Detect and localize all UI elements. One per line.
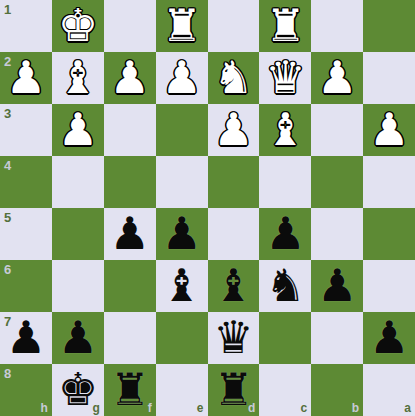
square-b8[interactable]: b — [311, 364, 363, 416]
piece-bK-g8[interactable]: ♚ — [58, 367, 98, 412]
square-f4[interactable] — [104, 156, 156, 208]
square-b3[interactable] — [311, 104, 363, 156]
rank-label-6: 6 — [4, 262, 11, 277]
piece-wP-a3[interactable]: ♟ — [369, 107, 409, 152]
rank-label-3: 3 — [4, 106, 11, 121]
square-d1[interactable] — [208, 0, 260, 52]
square-c7[interactable] — [259, 312, 311, 364]
square-a4[interactable] — [363, 156, 415, 208]
piece-bP-a7[interactable]: ♟ — [369, 315, 409, 360]
square-g4[interactable] — [52, 156, 104, 208]
square-h7[interactable]: 7♟ — [0, 312, 52, 364]
square-b5[interactable] — [311, 208, 363, 260]
square-c4[interactable] — [259, 156, 311, 208]
piece-bB-d6[interactable]: ♝ — [213, 263, 253, 308]
rank-label-5: 5 — [4, 210, 11, 225]
square-e2[interactable]: ♟ — [156, 52, 208, 104]
piece-wP-d3[interactable]: ♟ — [213, 107, 253, 152]
square-a1[interactable] — [363, 0, 415, 52]
square-e1[interactable]: ♜ — [156, 0, 208, 52]
square-c1[interactable]: ♜ — [259, 0, 311, 52]
file-label-b: b — [352, 401, 359, 415]
chess-board[interactable]: 1♚♜♜2♟♝♟♟♞♛♟3♟♟♝♟45♟♟♟6♝♝♞♟7♟♟♛♟8hg♚f♜ed… — [0, 0, 415, 416]
piece-wB-g2[interactable]: ♝ — [58, 55, 98, 100]
file-label-a: a — [404, 401, 411, 415]
square-b7[interactable] — [311, 312, 363, 364]
square-d5[interactable] — [208, 208, 260, 260]
square-e3[interactable] — [156, 104, 208, 156]
square-h2[interactable]: 2♟ — [0, 52, 52, 104]
square-a3[interactable]: ♟ — [363, 104, 415, 156]
square-g3[interactable]: ♟ — [52, 104, 104, 156]
square-g5[interactable] — [52, 208, 104, 260]
piece-wQ-c2[interactable]: ♛ — [265, 55, 305, 100]
piece-bP-h7[interactable]: ♟ — [6, 315, 46, 360]
piece-wP-f2[interactable]: ♟ — [110, 55, 150, 100]
square-h4[interactable]: 4 — [0, 156, 52, 208]
square-h5[interactable]: 5 — [0, 208, 52, 260]
square-h1[interactable]: 1 — [0, 0, 52, 52]
square-d2[interactable]: ♞ — [208, 52, 260, 104]
square-c2[interactable]: ♛ — [259, 52, 311, 104]
square-b4[interactable] — [311, 156, 363, 208]
piece-bP-g7[interactable]: ♟ — [58, 315, 98, 360]
piece-wB-c3[interactable]: ♝ — [265, 107, 305, 152]
piece-bR-d8[interactable]: ♜ — [213, 367, 253, 412]
square-h6[interactable]: 6 — [0, 260, 52, 312]
square-c8[interactable]: c — [259, 364, 311, 416]
square-e8[interactable]: e — [156, 364, 208, 416]
square-b6[interactable]: ♟ — [311, 260, 363, 312]
piece-wR-c1[interactable]: ♜ — [265, 3, 305, 48]
piece-wN-d2[interactable]: ♞ — [213, 55, 253, 100]
square-a5[interactable] — [363, 208, 415, 260]
square-d6[interactable]: ♝ — [208, 260, 260, 312]
piece-bB-e6[interactable]: ♝ — [161, 263, 201, 308]
square-a6[interactable] — [363, 260, 415, 312]
square-e7[interactable] — [156, 312, 208, 364]
piece-bP-f5[interactable]: ♟ — [110, 211, 150, 256]
piece-bN-c6[interactable]: ♞ — [265, 263, 305, 308]
piece-wP-e2[interactable]: ♟ — [161, 55, 201, 100]
piece-bP-e5[interactable]: ♟ — [161, 211, 201, 256]
rank-label-4: 4 — [4, 158, 11, 173]
piece-wP-h2[interactable]: ♟ — [6, 55, 46, 100]
square-c3[interactable]: ♝ — [259, 104, 311, 156]
square-h8[interactable]: 8h — [0, 364, 52, 416]
piece-bR-f8[interactable]: ♜ — [110, 367, 150, 412]
rank-label-1: 1 — [4, 2, 11, 17]
piece-wK-g1[interactable]: ♚ — [58, 3, 98, 48]
square-b2[interactable]: ♟ — [311, 52, 363, 104]
square-a2[interactable] — [363, 52, 415, 104]
square-g1[interactable]: ♚ — [52, 0, 104, 52]
square-b1[interactable] — [311, 0, 363, 52]
square-a7[interactable]: ♟ — [363, 312, 415, 364]
square-d8[interactable]: d♜ — [208, 364, 260, 416]
square-f5[interactable]: ♟ — [104, 208, 156, 260]
chess-board-widget: 1♚♜♜2♟♝♟♟♞♛♟3♟♟♝♟45♟♟♟6♝♝♞♟7♟♟♛♟8hg♚f♜ed… — [0, 0, 415, 416]
file-label-e: e — [197, 401, 204, 415]
file-label-c: c — [301, 401, 308, 415]
square-c6[interactable]: ♞ — [259, 260, 311, 312]
square-g7[interactable]: ♟ — [52, 312, 104, 364]
piece-bQ-d7[interactable]: ♛ — [213, 315, 253, 360]
square-e6[interactable]: ♝ — [156, 260, 208, 312]
square-d4[interactable] — [208, 156, 260, 208]
file-label-h: h — [41, 401, 48, 415]
piece-wP-g3[interactable]: ♟ — [58, 107, 98, 152]
square-d3[interactable]: ♟ — [208, 104, 260, 156]
square-e5[interactable]: ♟ — [156, 208, 208, 260]
square-a8[interactable]: a — [363, 364, 415, 416]
square-f7[interactable] — [104, 312, 156, 364]
square-d7[interactable]: ♛ — [208, 312, 260, 364]
rank-label-8: 8 — [4, 366, 11, 381]
piece-bP-b6[interactable]: ♟ — [317, 263, 357, 308]
square-g8[interactable]: g♚ — [52, 364, 104, 416]
square-f1[interactable] — [104, 0, 156, 52]
piece-wP-b2[interactable]: ♟ — [317, 55, 357, 100]
square-c5[interactable]: ♟ — [259, 208, 311, 260]
square-f8[interactable]: f♜ — [104, 364, 156, 416]
square-h3[interactable]: 3 — [0, 104, 52, 156]
square-f2[interactable]: ♟ — [104, 52, 156, 104]
piece-bP-c5[interactable]: ♟ — [265, 211, 305, 256]
square-e4[interactable] — [156, 156, 208, 208]
square-f3[interactable] — [104, 104, 156, 156]
piece-wR-e1[interactable]: ♜ — [161, 3, 201, 48]
square-f6[interactable] — [104, 260, 156, 312]
square-g6[interactable] — [52, 260, 104, 312]
square-g2[interactable]: ♝ — [52, 52, 104, 104]
